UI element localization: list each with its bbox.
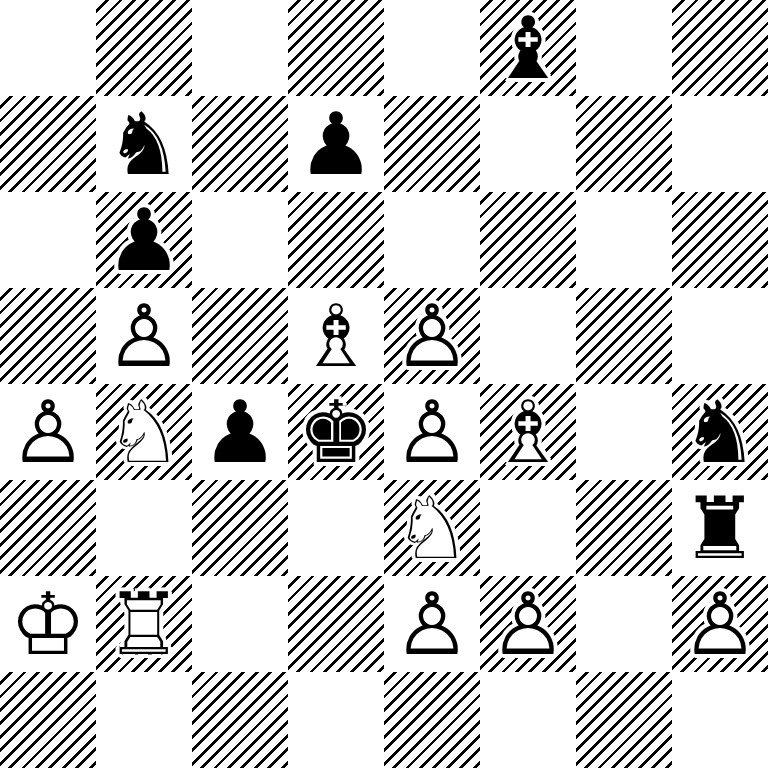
piece-white-rook[interactable]: ♜♖ — [96, 576, 192, 672]
square-h2[interactable]: ♟♙ — [672, 576, 768, 672]
square-b7[interactable]: ♞♞ — [96, 96, 192, 192]
square-e5[interactable]: ♟♙ — [384, 288, 480, 384]
square-a3[interactable] — [0, 480, 96, 576]
white-knight-icon: ♘ — [96, 384, 192, 480]
square-f6[interactable] — [480, 192, 576, 288]
chess-diagram: ♝♝♞♞♟♟♟♟♟♙♝♗♟♙♟♙♞♘♟♟♚♚♟♙♝♗♞♞♞♘♜♜♚♔♜♖♟♙♟♙… — [0, 0, 768, 768]
black-king-icon: ♚ — [288, 384, 384, 480]
square-g1[interactable] — [576, 672, 672, 768]
square-f5[interactable] — [480, 288, 576, 384]
square-e6[interactable] — [384, 192, 480, 288]
piece-white-king[interactable]: ♚♔ — [0, 576, 96, 672]
square-h7[interactable] — [672, 96, 768, 192]
square-h5[interactable] — [672, 288, 768, 384]
black-knight-icon: ♞ — [96, 96, 192, 192]
piece-black-knight[interactable]: ♞♞ — [672, 384, 768, 480]
square-g4[interactable] — [576, 384, 672, 480]
square-g8[interactable] — [576, 0, 672, 96]
white-bishop-icon: ♗ — [480, 384, 576, 480]
white-pawn-icon: ♙ — [0, 384, 96, 480]
square-b2[interactable]: ♜♖ — [96, 576, 192, 672]
black-pawn-icon: ♟ — [192, 384, 288, 480]
black-knight-icon: ♞ — [672, 384, 768, 480]
white-bishop-icon: ♗ — [288, 288, 384, 384]
square-h1[interactable] — [672, 672, 768, 768]
square-f8[interactable]: ♝♝ — [480, 0, 576, 96]
piece-white-pawn[interactable]: ♟♙ — [384, 576, 480, 672]
square-b1[interactable] — [96, 672, 192, 768]
square-f7[interactable] — [480, 96, 576, 192]
square-d2[interactable] — [288, 576, 384, 672]
square-f4[interactable]: ♝♗ — [480, 384, 576, 480]
square-e4[interactable]: ♟♙ — [384, 384, 480, 480]
square-d6[interactable] — [288, 192, 384, 288]
square-d8[interactable] — [288, 0, 384, 96]
piece-black-bishop[interactable]: ♝♝ — [480, 0, 576, 96]
square-b8[interactable] — [96, 0, 192, 96]
square-c5[interactable] — [192, 288, 288, 384]
white-pawn-icon: ♙ — [672, 576, 768, 672]
square-e1[interactable] — [384, 672, 480, 768]
square-c2[interactable] — [192, 576, 288, 672]
square-h3[interactable]: ♜♜ — [672, 480, 768, 576]
square-e3[interactable]: ♞♘ — [384, 480, 480, 576]
white-pawn-icon: ♙ — [384, 576, 480, 672]
square-d5[interactable]: ♝♗ — [288, 288, 384, 384]
square-d4[interactable]: ♚♚ — [288, 384, 384, 480]
square-h4[interactable]: ♞♞ — [672, 384, 768, 480]
square-f3[interactable] — [480, 480, 576, 576]
piece-white-bishop[interactable]: ♝♗ — [288, 288, 384, 384]
piece-white-pawn[interactable]: ♟♙ — [0, 384, 96, 480]
piece-white-pawn[interactable]: ♟♙ — [384, 288, 480, 384]
chess-board: ♝♝♞♞♟♟♟♟♟♙♝♗♟♙♟♙♞♘♟♟♚♚♟♙♝♗♞♞♞♘♜♜♚♔♜♖♟♙♟♙… — [0, 0, 768, 768]
square-e7[interactable] — [384, 96, 480, 192]
square-b5[interactable]: ♟♙ — [96, 288, 192, 384]
square-a4[interactable]: ♟♙ — [0, 384, 96, 480]
piece-white-knight[interactable]: ♞♘ — [96, 384, 192, 480]
piece-white-pawn[interactable]: ♟♙ — [480, 576, 576, 672]
square-a6[interactable] — [0, 192, 96, 288]
square-d1[interactable] — [288, 672, 384, 768]
white-knight-icon: ♘ — [384, 480, 480, 576]
square-a7[interactable] — [0, 96, 96, 192]
black-pawn-icon: ♟ — [288, 96, 384, 192]
white-king-icon: ♔ — [0, 576, 96, 672]
square-a1[interactable] — [0, 672, 96, 768]
square-e2[interactable]: ♟♙ — [384, 576, 480, 672]
square-g6[interactable] — [576, 192, 672, 288]
square-a2[interactable]: ♚♔ — [0, 576, 96, 672]
square-h6[interactable] — [672, 192, 768, 288]
square-c1[interactable] — [192, 672, 288, 768]
square-b4[interactable]: ♞♘ — [96, 384, 192, 480]
piece-black-king[interactable]: ♚♚ — [288, 384, 384, 480]
piece-black-rook[interactable]: ♜♜ — [672, 480, 768, 576]
black-rook-icon: ♜ — [672, 480, 768, 576]
piece-white-pawn[interactable]: ♟♙ — [96, 288, 192, 384]
piece-white-pawn[interactable]: ♟♙ — [672, 576, 768, 672]
piece-black-pawn[interactable]: ♟♟ — [288, 96, 384, 192]
square-f1[interactable] — [480, 672, 576, 768]
square-c6[interactable] — [192, 192, 288, 288]
white-pawn-icon: ♙ — [480, 576, 576, 672]
piece-black-pawn[interactable]: ♟♟ — [192, 384, 288, 480]
square-a5[interactable] — [0, 288, 96, 384]
square-g2[interactable] — [576, 576, 672, 672]
piece-white-bishop[interactable]: ♝♗ — [480, 384, 576, 480]
piece-black-knight[interactable]: ♞♞ — [96, 96, 192, 192]
piece-white-knight[interactable]: ♞♘ — [384, 480, 480, 576]
square-g7[interactable] — [576, 96, 672, 192]
square-h8[interactable] — [672, 0, 768, 96]
white-pawn-icon: ♙ — [384, 288, 480, 384]
square-d3[interactable] — [288, 480, 384, 576]
white-rook-icon: ♖ — [96, 576, 192, 672]
white-pawn-icon: ♙ — [384, 384, 480, 480]
piece-black-pawn[interactable]: ♟♟ — [96, 192, 192, 288]
white-pawn-icon: ♙ — [96, 288, 192, 384]
square-b6[interactable]: ♟♟ — [96, 192, 192, 288]
black-bishop-icon: ♝ — [480, 0, 576, 96]
piece-white-pawn[interactable]: ♟♙ — [384, 384, 480, 480]
square-d7[interactable]: ♟♟ — [288, 96, 384, 192]
square-c7[interactable] — [192, 96, 288, 192]
square-c8[interactable] — [192, 0, 288, 96]
square-g3[interactable] — [576, 480, 672, 576]
square-f2[interactable]: ♟♙ — [480, 576, 576, 672]
square-b3[interactable] — [96, 480, 192, 576]
black-pawn-icon: ♟ — [96, 192, 192, 288]
square-g5[interactable] — [576, 288, 672, 384]
square-c3[interactable] — [192, 480, 288, 576]
square-e8[interactable] — [384, 0, 480, 96]
square-a8[interactable] — [0, 0, 96, 96]
square-c4[interactable]: ♟♟ — [192, 384, 288, 480]
